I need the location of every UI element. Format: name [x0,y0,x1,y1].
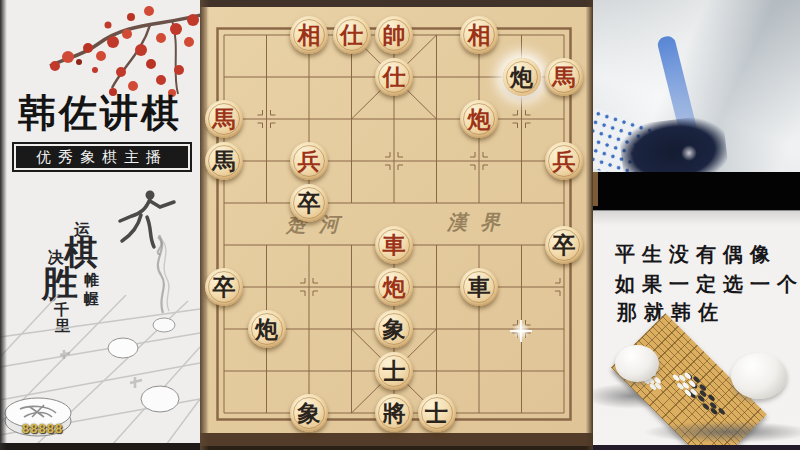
piece-red-file3-rank0[interactable]: 仕 [333,16,371,54]
piece-glyph: 象 [383,318,406,341]
left-panel-bottom-bar [0,443,200,450]
piece-black-file1-rank7[interactable]: 炮 [248,310,286,348]
go-board-photo [593,321,800,445]
piece-glyph: 帥 [383,24,406,47]
piece-glyph: 士 [425,402,448,425]
piece-red-file4-rank1[interactable]: 仕 [375,58,413,96]
piece-black-file6-rank6[interactable]: 車 [460,268,498,306]
piece-glyph: 相 [468,24,491,47]
move-from-marker [512,322,530,340]
stream-page: 韩佐讲棋 优秀象棋主播 运棋帷幄决胜千里 [0,0,800,450]
piece-glyph: 馬 [213,108,236,131]
streamer-badge-label: 优秀象棋主播 [16,146,188,168]
piece-glyph: 炮 [468,108,491,131]
piece-black-file2-rank9[interactable]: 象 [290,394,328,432]
board-right-shadow [586,0,593,450]
piece-black-file0-rank6[interactable]: 卒 [205,268,243,306]
piece-glyph: 車 [383,234,406,257]
piece-glyph: 炮 [383,276,406,299]
board-top-bar [200,0,593,7]
quote-line-1: 平生没有偶像 [615,241,777,268]
go-stone-bowl-right [731,353,787,399]
streamer-badge: 优秀象棋主播 [12,142,192,172]
piece-black-file8-rank5[interactable]: 卒 [545,226,583,264]
quote-line-2: 如果一定选一个 [615,271,800,298]
piece-glyph: 馬 [553,66,576,89]
piece-glyph: 卒 [213,276,236,299]
piece-red-file4-rank5[interactable]: 車 [375,226,413,264]
piece-black-file4-rank7[interactable]: 象 [375,310,413,348]
river-label-han: 漢界 [447,209,513,236]
xiangqi-board-panel: 楚河 漢界 相仕帥相仕炮馬馬炮馬兵兵卒車卒卒炮車炮象士象將士 [200,0,593,450]
piece-black-file7-rank1[interactable]: 炮 [503,58,541,96]
piece-glyph: 馬 [213,150,236,173]
ink-smudge-bottom [643,421,800,443]
separator-brown-notch [593,172,598,206]
piece-black-file4-rank9[interactable]: 將 [375,394,413,432]
webcam-glint [681,145,697,161]
piece-black-file0-rank3[interactable]: 馬 [205,142,243,180]
piece-glyph: 卒 [298,192,321,215]
piece-glyph: 仕 [340,24,363,47]
separator-bar [593,172,800,210]
go-stones-white [683,371,692,380]
piece-glyph: 將 [383,402,406,425]
calligraphy-char-right-2: 帷 [84,273,99,288]
quote-panel: 平生没有偶像 如果一定选一个 那就韩佐 [593,210,800,450]
piece-glyph: 兵 [298,150,321,173]
left-panel-edge-shadow [0,0,7,450]
piece-glyph: 炮 [255,318,278,341]
board-bottom-bar-dark [200,446,593,450]
piece-red-file2-rank3[interactable]: 兵 [290,142,328,180]
piece-black-file2-rank4[interactable]: 卒 [290,184,328,222]
piece-glyph: 炮 [510,66,533,89]
piece-glyph: 車 [468,276,491,299]
piece-red-file8-rank1[interactable]: 馬 [545,58,583,96]
board-left-shadow [200,0,209,450]
go-stone-bowl-left [615,345,659,382]
piece-red-file2-rank0[interactable]: 相 [290,16,328,54]
go-stones-black [692,375,701,384]
streamer-info-panel: 韩佐讲棋 优秀象棋主播 运棋帷幄决胜千里 [0,0,200,450]
piece-glyph: 相 [298,24,321,47]
piece-red-file4-rank6[interactable]: 炮 [375,268,413,306]
webcam-feed[interactable] [593,0,800,172]
piece-red-file0-rank2[interactable]: 馬 [205,100,243,138]
piece-black-file5-rank9[interactable]: 士 [418,394,456,432]
piece-red-file6-rank0[interactable]: 相 [460,16,498,54]
piece-red-file4-rank0[interactable]: 帥 [375,16,413,54]
piece-black-file4-rank8[interactable]: 士 [375,352,413,390]
piece-glyph: 卒 [553,234,576,257]
streamer-title: 韩佐讲棋 [0,88,200,139]
piece-red-file8-rank3[interactable]: 兵 [545,142,583,180]
piece-glyph: 象 [298,402,321,425]
right-panel-bottom-bar [593,445,800,450]
piece-red-file6-rank2[interactable]: 炮 [460,100,498,138]
room-id-badge: 88888 [22,421,63,436]
piece-glyph: 士 [383,360,406,383]
piece-glyph: 仕 [383,66,406,89]
piece-glyph: 兵 [553,150,576,173]
